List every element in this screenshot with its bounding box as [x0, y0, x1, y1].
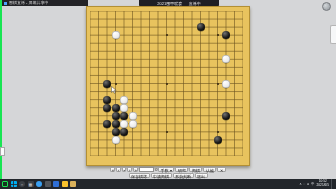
- goban: [86, 6, 250, 166]
- stone-black: [103, 120, 111, 128]
- window-titlebar: 围棋直播 - 屏幕共享中: [2, 0, 88, 6]
- star-point: [115, 83, 117, 85]
- nav-button-2[interactable]: •: [122, 167, 127, 172]
- stone-white: [129, 112, 137, 120]
- edge-icon[interactable]: [36, 181, 42, 187]
- star-point: [166, 83, 168, 85]
- action-buttons-group: 研究悔棋认输✕: [175, 167, 225, 172]
- stone-white: [129, 120, 137, 128]
- live-status: 直播中: [189, 1, 201, 6]
- stone-black: [197, 23, 205, 31]
- move-number-dropdown[interactable]: 手数 ▾: [158, 167, 174, 172]
- go-app-icon[interactable]: [70, 181, 76, 187]
- tray-icon-0[interactable]: ∧: [299, 182, 302, 186]
- ime-indicator[interactable]: 中: [311, 182, 315, 186]
- action-button-0[interactable]: 研究: [175, 167, 188, 172]
- move-input[interactable]: [139, 167, 154, 172]
- show-desktop-button[interactable]: [331, 179, 334, 189]
- stone-black: [112, 128, 120, 136]
- star-point: [217, 131, 219, 133]
- floating-assistant-button[interactable]: [322, 2, 331, 11]
- stone-black: [214, 136, 222, 144]
- side-panel-handle[interactable]: [330, 25, 336, 44]
- star-point: [166, 34, 168, 36]
- action-button-row2-1[interactable]: 申请悔棋: [151, 173, 172, 178]
- star-point: [217, 34, 219, 36]
- file-explorer-icon[interactable]: [62, 181, 68, 187]
- stone-white: [112, 136, 120, 144]
- start-button[interactable]: [11, 181, 17, 187]
- stone-black: [112, 104, 120, 112]
- stone-black: [103, 104, 111, 112]
- toolbar-row-2: 保存棋谱申请悔棋形势判断退出: [129, 173, 208, 178]
- stone-black: [120, 112, 128, 120]
- left-edge-widget[interactable]: [0, 147, 5, 156]
- stone-black: [222, 31, 230, 39]
- system-tray: ∧◌● 中 10:52 2021/6/5: [299, 179, 336, 189]
- toolbar-row-1: «‹•›» 0 手数 ▾ 研究悔棋认输✕: [110, 167, 226, 172]
- action-button-row2-0[interactable]: 保存棋谱: [129, 173, 150, 178]
- mouse-cursor-icon: [111, 86, 117, 94]
- live-indicator-icon: [184, 2, 187, 5]
- stone-white: [222, 55, 230, 63]
- stone-black: [120, 128, 128, 136]
- action-button-row2-2[interactable]: 形势判断: [173, 173, 194, 178]
- window-title: 围棋直播 - 屏幕共享中: [9, 0, 49, 6]
- nav-button-1[interactable]: ‹: [116, 167, 121, 172]
- move-counter: 0: [155, 167, 157, 172]
- stone-black: [103, 80, 111, 88]
- tray-icon-2[interactable]: ●: [307, 182, 309, 186]
- taskbar-clock[interactable]: 10:52 2021/6/5: [317, 180, 329, 187]
- stone-black: [222, 112, 230, 120]
- star-point: [217, 83, 219, 85]
- shared-app-tile[interactable]: [2, 181, 8, 187]
- task-view-icon[interactable]: ▦: [28, 181, 34, 187]
- tray-icons: ∧◌●: [299, 182, 309, 186]
- app-icon: [4, 2, 7, 5]
- stone-black: [112, 112, 120, 120]
- app-icon-dark[interactable]: [45, 181, 51, 187]
- clock-date: 2021/6/5: [317, 184, 329, 188]
- desktop-screen: 围棋直播 - 屏幕共享中 2021围甲联赛 直播中 «‹•›» 0 手数 ▾ 研…: [0, 0, 336, 189]
- windows-taskbar: ○▦ ∧◌● 中 10:52 2021/6/5: [0, 179, 336, 189]
- stone-white: [222, 80, 230, 88]
- nav-button-3[interactable]: ›: [127, 167, 132, 172]
- stone-white: [120, 96, 128, 104]
- tray-icon-1[interactable]: ◌: [303, 182, 305, 186]
- action-button-row2-3[interactable]: 退出: [195, 173, 208, 178]
- action-button-2[interactable]: 认输: [203, 167, 216, 172]
- move-nav-group: «‹•›»: [110, 167, 138, 172]
- search-icon[interactable]: ○: [19, 181, 25, 187]
- stone-white: [120, 120, 128, 128]
- nav-button-0[interactable]: «: [110, 167, 115, 172]
- stone-black: [103, 96, 111, 104]
- board-grid[interactable]: [90, 11, 243, 156]
- stone-black: [112, 120, 120, 128]
- action-button-3[interactable]: ✕: [217, 167, 225, 172]
- star-point: [166, 131, 168, 133]
- stone-white: [112, 31, 120, 39]
- stone-white: [120, 104, 128, 112]
- review-toolbar: «‹•›» 0 手数 ▾ 研究悔棋认输✕ 保存棋谱申请悔棋形势判断退出: [0, 167, 336, 178]
- event-title: 2021围甲联赛: [157, 1, 182, 6]
- taskbar-icons: ○▦: [0, 181, 76, 187]
- action-button-1[interactable]: 悔棋: [189, 167, 202, 172]
- app-icon-blue[interactable]: [53, 181, 59, 187]
- nav-button-4[interactable]: »: [133, 167, 138, 172]
